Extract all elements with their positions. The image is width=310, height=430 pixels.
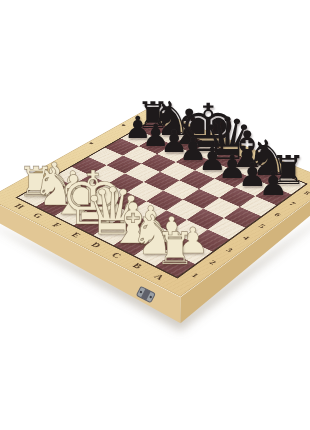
chess-set-photo: HGFEDCBA87654321 ♜♞♝♚♛♝♞♜♟♟♟♟♟♟♟♟♟♟♟♟♟♟♟…	[0, 0, 310, 430]
hinge-icon	[89, 142, 94, 145]
hinge-icon	[121, 124, 126, 126]
